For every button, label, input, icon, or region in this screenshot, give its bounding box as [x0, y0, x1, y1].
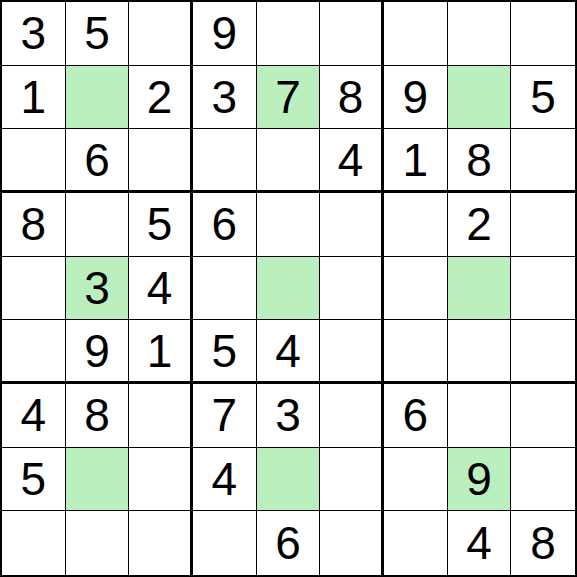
cell-r1c9[interactable] — [511, 2, 575, 66]
cell-r3c6: 4 — [320, 129, 384, 193]
cell-r3c9[interactable] — [511, 129, 575, 193]
cell-r9c6[interactable] — [320, 511, 384, 575]
cell-r8c5[interactable] — [257, 448, 321, 512]
cell-r2c2[interactable] — [66, 66, 130, 130]
cell-r5c4[interactable] — [193, 257, 257, 321]
cell-r1c3[interactable] — [129, 2, 193, 66]
cell-r6c8[interactable] — [448, 320, 512, 384]
cell-r9c9: 8 — [511, 511, 575, 575]
cell-r9c7[interactable] — [384, 511, 448, 575]
cell-r3c2: 6 — [66, 129, 130, 193]
cell-r3c4[interactable] — [193, 129, 257, 193]
cell-r1c8[interactable] — [448, 2, 512, 66]
cell-r6c7[interactable] — [384, 320, 448, 384]
cell-r4c6[interactable] — [320, 193, 384, 257]
cell-r1c1: 3 — [2, 2, 66, 66]
cell-r3c1[interactable] — [2, 129, 66, 193]
cell-r1c5[interactable] — [257, 2, 321, 66]
cell-r7c7: 6 — [384, 384, 448, 448]
cell-r3c3[interactable] — [129, 129, 193, 193]
cell-r4c3: 5 — [129, 193, 193, 257]
cell-r1c4: 9 — [193, 2, 257, 66]
cell-r7c4: 7 — [193, 384, 257, 448]
cell-r5c9[interactable] — [511, 257, 575, 321]
cell-r8c2[interactable] — [66, 448, 130, 512]
cell-r7c5: 3 — [257, 384, 321, 448]
cell-r6c5: 4 — [257, 320, 321, 384]
cell-r9c1[interactable] — [2, 511, 66, 575]
cell-r3c8: 8 — [448, 129, 512, 193]
cell-r4c5[interactable] — [257, 193, 321, 257]
cell-r4c8: 2 — [448, 193, 512, 257]
cell-r2c5: 7 — [257, 66, 321, 130]
cell-r9c3[interactable] — [129, 511, 193, 575]
cell-r5c2: 3 — [66, 257, 130, 321]
cell-r2c8[interactable] — [448, 66, 512, 130]
cell-r8c7[interactable] — [384, 448, 448, 512]
cell-r5c6[interactable] — [320, 257, 384, 321]
cell-r8c3[interactable] — [129, 448, 193, 512]
cell-r8c9[interactable] — [511, 448, 575, 512]
cell-r6c9[interactable] — [511, 320, 575, 384]
cell-r5c1[interactable] — [2, 257, 66, 321]
cell-r6c4: 5 — [193, 320, 257, 384]
cell-r4c2[interactable] — [66, 193, 130, 257]
cell-r9c8: 4 — [448, 511, 512, 575]
cell-r6c1[interactable] — [2, 320, 66, 384]
cell-r7c9[interactable] — [511, 384, 575, 448]
cell-r4c9[interactable] — [511, 193, 575, 257]
cell-r8c8: 9 — [448, 448, 512, 512]
cell-r3c7: 1 — [384, 129, 448, 193]
cell-r3c5[interactable] — [257, 129, 321, 193]
cell-r4c1: 8 — [2, 193, 66, 257]
cell-r7c8[interactable] — [448, 384, 512, 448]
cell-r8c6[interactable] — [320, 448, 384, 512]
cell-r9c2[interactable] — [66, 511, 130, 575]
cell-r1c2: 5 — [66, 2, 130, 66]
sudoku-board: 35912378956418856234915448736549648 — [0, 0, 577, 577]
cell-r5c7[interactable] — [384, 257, 448, 321]
cell-r5c8[interactable] — [448, 257, 512, 321]
cell-r2c9: 5 — [511, 66, 575, 130]
cell-r6c3: 1 — [129, 320, 193, 384]
cell-r1c6[interactable] — [320, 2, 384, 66]
cell-r2c7: 9 — [384, 66, 448, 130]
cell-r7c3[interactable] — [129, 384, 193, 448]
cell-r1c7[interactable] — [384, 2, 448, 66]
cell-r2c1: 1 — [2, 66, 66, 130]
cell-r7c2: 8 — [66, 384, 130, 448]
cell-r8c1: 5 — [2, 448, 66, 512]
cell-r2c3: 2 — [129, 66, 193, 130]
cell-r6c2: 9 — [66, 320, 130, 384]
cell-r7c6[interactable] — [320, 384, 384, 448]
cell-r5c5[interactable] — [257, 257, 321, 321]
cell-r9c5: 6 — [257, 511, 321, 575]
cell-r4c4: 6 — [193, 193, 257, 257]
cell-r4c7[interactable] — [384, 193, 448, 257]
cell-r5c3: 4 — [129, 257, 193, 321]
cell-r2c6: 8 — [320, 66, 384, 130]
cell-r9c4[interactable] — [193, 511, 257, 575]
cell-r2c4: 3 — [193, 66, 257, 130]
cell-r8c4: 4 — [193, 448, 257, 512]
cell-r6c6[interactable] — [320, 320, 384, 384]
cell-r7c1: 4 — [2, 384, 66, 448]
